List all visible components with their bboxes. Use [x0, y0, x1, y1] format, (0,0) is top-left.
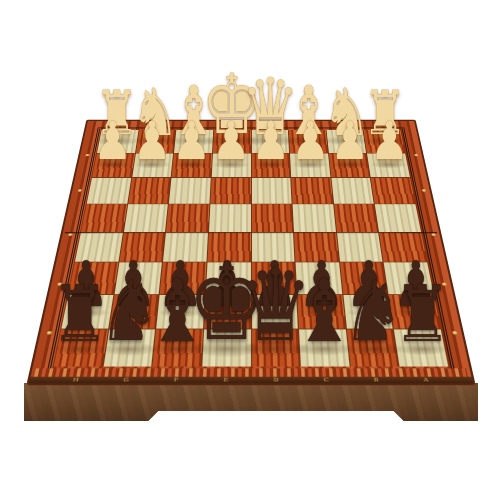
file-label-f: F [151, 377, 201, 384]
square-g4 [124, 204, 168, 231]
square-f7 [156, 295, 204, 329]
square-c3 [291, 178, 333, 204]
square-f4 [166, 204, 209, 231]
square-f2 [172, 153, 212, 177]
square-f1 [174, 130, 213, 153]
square-g5 [119, 232, 165, 261]
square-a4 [375, 204, 421, 231]
square-d8 [252, 330, 300, 367]
square-b6 [340, 262, 388, 294]
square-c4 [293, 204, 336, 231]
file-label-a: A [400, 377, 451, 384]
square-b4 [334, 204, 378, 231]
square-h4 [81, 204, 127, 231]
square-h7 [61, 295, 113, 329]
square-c5 [294, 232, 339, 261]
square-e3 [210, 178, 250, 204]
square-c7 [297, 295, 345, 329]
square-c8 [299, 330, 349, 367]
product-photo-stage: HGFEDCBA ♜♞♝♚♛♝♞♜♟♟♟♟♟♟♟♟♟♟♟♟♟♟♟♟♜♞♝♚♛♝♞… [0, 0, 500, 500]
square-c1 [289, 130, 328, 153]
square-d4 [251, 204, 293, 231]
square-a3 [371, 178, 415, 204]
square-a1 [364, 130, 405, 153]
square-e6 [206, 262, 251, 294]
square-b2 [329, 153, 370, 177]
file-label-e: E [201, 377, 251, 384]
chess-board: HGFEDCBA [26, 120, 475, 385]
gold-dot [442, 283, 447, 286]
square-h5 [75, 232, 123, 261]
square-a5 [379, 232, 427, 261]
square-b1 [326, 130, 366, 153]
square-b3 [331, 178, 374, 204]
square-b8 [347, 330, 399, 367]
gold-dot [57, 283, 62, 286]
square-c6 [296, 262, 342, 294]
gold-dot [68, 233, 73, 236]
square-g8 [103, 330, 155, 367]
gold-dot [431, 233, 436, 236]
square-e7 [204, 295, 250, 329]
board-pinstripe-frame [47, 128, 455, 372]
square-a6 [384, 262, 434, 294]
square-b7 [343, 295, 393, 329]
square-h2 [92, 153, 135, 177]
gold-dot [85, 154, 89, 156]
square-h3 [87, 178, 131, 204]
square-e2 [212, 153, 251, 177]
square-d1 [251, 130, 289, 153]
square-b5 [337, 232, 383, 261]
square-d2 [251, 153, 290, 177]
square-g2 [132, 153, 173, 177]
square-d5 [252, 232, 295, 261]
square-e8 [202, 330, 250, 367]
square-d6 [252, 262, 297, 294]
square-f3 [169, 178, 211, 204]
square-f8 [153, 330, 203, 367]
gold-dot [47, 331, 52, 334]
square-d3 [251, 178, 291, 204]
gold-dot [78, 189, 82, 191]
fold-seam-line [65, 232, 438, 233]
file-coordinates-strip: HGFEDCBA [29, 377, 473, 384]
board-scene: HGFEDCBA [0, 0, 500, 500]
file-label-c: C [301, 377, 351, 384]
board-frame-veneer-band [34, 368, 468, 376]
square-e5 [207, 232, 250, 261]
square-e4 [209, 204, 251, 231]
gold-dot [452, 331, 457, 334]
square-g3 [128, 178, 171, 204]
gold-dot [414, 154, 418, 156]
file-label-b: B [351, 377, 402, 384]
square-g1 [136, 130, 176, 153]
square-f5 [163, 232, 208, 261]
gold-dot [422, 189, 426, 191]
board-grid [54, 130, 448, 366]
square-c2 [290, 153, 330, 177]
file-label-g: G [101, 377, 152, 384]
square-d7 [252, 295, 298, 329]
square-a7 [389, 295, 441, 329]
file-label-h: H [50, 377, 101, 384]
square-g7 [109, 295, 159, 329]
square-h6 [68, 262, 118, 294]
square-a8 [394, 330, 448, 367]
square-f6 [160, 262, 206, 294]
square-e1 [213, 130, 251, 153]
square-h1 [97, 130, 138, 153]
file-label-d: D [251, 377, 301, 384]
square-g6 [114, 262, 162, 294]
square-a2 [367, 153, 410, 177]
square-h8 [54, 330, 108, 367]
